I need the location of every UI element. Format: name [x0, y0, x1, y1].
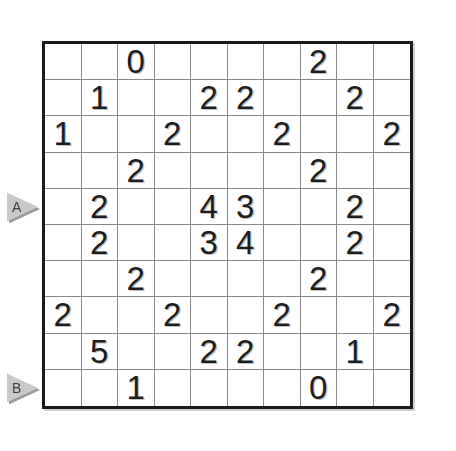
clue-number: 0	[309, 371, 327, 404]
cell-r1c2[interactable]	[82, 44, 119, 80]
row-marker-a: A	[7, 192, 38, 221]
cell-r5c10[interactable]	[374, 189, 411, 225]
cell-r8c1: 2	[45, 297, 82, 333]
cell-r3c2[interactable]	[82, 116, 119, 152]
cell-r2c3[interactable]	[118, 80, 155, 116]
cell-r6c5: 3	[191, 225, 228, 261]
clue-number: 2	[200, 335, 218, 368]
cell-r1c4[interactable]	[155, 44, 192, 80]
cell-r4c10[interactable]	[374, 153, 411, 189]
cell-r2c8[interactable]	[301, 80, 338, 116]
cell-r9c10[interactable]	[374, 334, 411, 370]
clue-number: 1	[54, 117, 72, 150]
clue-number: 5	[90, 335, 108, 368]
clue-number: 2	[273, 298, 291, 331]
cell-r7c8: 2	[301, 261, 338, 297]
cell-r4c5[interactable]	[191, 153, 228, 189]
cell-r1c8: 2	[301, 44, 338, 80]
cell-r2c6: 2	[228, 80, 265, 116]
clue-number: 2	[127, 154, 145, 187]
clue-number: 2	[236, 335, 254, 368]
cell-r6c4[interactable]	[155, 225, 192, 261]
cell-r7c10[interactable]	[374, 261, 411, 297]
cell-r1c10[interactable]	[374, 44, 411, 80]
clue-number: 2	[346, 190, 364, 223]
cell-r5c9: 2	[337, 189, 374, 225]
cell-r10c4[interactable]	[155, 370, 192, 406]
cell-r2c7[interactable]	[264, 80, 301, 116]
cell-r2c1[interactable]	[45, 80, 82, 116]
clue-number: 2	[383, 298, 401, 331]
clue-number: 2	[200, 81, 218, 114]
cell-r1c5[interactable]	[191, 44, 228, 80]
cell-r7c6[interactable]	[228, 261, 265, 297]
clue-number: 2	[90, 226, 108, 259]
cell-r9c3[interactable]	[118, 334, 155, 370]
clue-number: 3	[200, 226, 218, 259]
clue-number: 1	[346, 335, 364, 368]
clue-number: 2	[383, 117, 401, 150]
cell-r10c5[interactable]	[191, 370, 228, 406]
cell-r1c1[interactable]	[45, 44, 82, 80]
cell-r10c10[interactable]	[374, 370, 411, 406]
cell-r6c7[interactable]	[264, 225, 301, 261]
clue-number: 2	[309, 45, 327, 78]
clue-number: 2	[90, 190, 108, 223]
cell-r4c4[interactable]	[155, 153, 192, 189]
cell-r7c7[interactable]	[264, 261, 301, 297]
cell-r8c6[interactable]	[228, 297, 265, 333]
clue-number: 3	[236, 190, 254, 223]
cell-r9c6: 2	[228, 334, 265, 370]
cell-r3c7: 2	[264, 116, 301, 152]
cell-r10c7[interactable]	[264, 370, 301, 406]
clue-number: 2	[54, 298, 72, 331]
cell-r6c6: 4	[228, 225, 265, 261]
cell-r9c7[interactable]	[264, 334, 301, 370]
puzzle-board: 02122212222224322342222222522110	[42, 41, 413, 409]
cell-r9c1[interactable]	[45, 334, 82, 370]
cell-r3c9[interactable]	[337, 116, 374, 152]
clue-number: 2	[309, 262, 327, 295]
cell-r2c5: 2	[191, 80, 228, 116]
cell-r10c3: 1	[118, 370, 155, 406]
cell-r4c8: 2	[301, 153, 338, 189]
cell-r7c4[interactable]	[155, 261, 192, 297]
cell-r6c3[interactable]	[118, 225, 155, 261]
cell-r4c3: 2	[118, 153, 155, 189]
clue-number: 2	[127, 262, 145, 295]
cell-r3c4: 2	[155, 116, 192, 152]
cell-r5c5: 4	[191, 189, 228, 225]
cell-r3c8[interactable]	[301, 116, 338, 152]
cell-r6c8[interactable]	[301, 225, 338, 261]
cell-r1c6[interactable]	[228, 44, 265, 80]
cell-r1c7[interactable]	[264, 44, 301, 80]
cell-r10c9[interactable]	[337, 370, 374, 406]
cell-r8c8[interactable]	[301, 297, 338, 333]
cell-r8c2[interactable]	[82, 297, 119, 333]
cell-r2c4[interactable]	[155, 80, 192, 116]
cell-r2c10[interactable]	[374, 80, 411, 116]
cell-r6c1[interactable]	[45, 225, 82, 261]
clue-number: 2	[309, 154, 327, 187]
cell-r4c2[interactable]	[82, 153, 119, 189]
cell-r7c5[interactable]	[191, 261, 228, 297]
cell-r9c9: 1	[337, 334, 374, 370]
cell-r7c2[interactable]	[82, 261, 119, 297]
cell-r4c9[interactable]	[337, 153, 374, 189]
cell-r10c8: 0	[301, 370, 338, 406]
cell-r3c1: 1	[45, 116, 82, 152]
clue-number: 2	[346, 81, 364, 114]
cell-r5c1[interactable]	[45, 189, 82, 225]
cell-r5c2: 2	[82, 189, 119, 225]
clue-number: 0	[127, 45, 145, 78]
row-marker-a-label: A	[7, 199, 21, 215]
clue-number: 2	[163, 298, 181, 331]
clue-number: 2	[236, 81, 254, 114]
cell-r6c2: 2	[82, 225, 119, 261]
clue-number: 2	[163, 117, 181, 150]
cell-r5c3[interactable]	[118, 189, 155, 225]
cell-r3c3[interactable]	[118, 116, 155, 152]
cell-r9c4[interactable]	[155, 334, 192, 370]
cell-r2c9: 2	[337, 80, 374, 116]
puzzle-canvas: A B 02122212222224322342222222522110	[0, 0, 456, 451]
arrow-right-icon: B	[7, 373, 38, 402]
cell-r1c9[interactable]	[337, 44, 374, 80]
cell-r3c6[interactable]	[228, 116, 265, 152]
cell-r8c4: 2	[155, 297, 192, 333]
cell-r6c9: 2	[337, 225, 374, 261]
cell-r3c5[interactable]	[191, 116, 228, 152]
cell-r7c3: 2	[118, 261, 155, 297]
cell-r8c10: 2	[374, 297, 411, 333]
cell-r4c1[interactable]	[45, 153, 82, 189]
cell-r5c6: 3	[228, 189, 265, 225]
cell-r9c5: 2	[191, 334, 228, 370]
cell-r2c2: 1	[82, 80, 119, 116]
cell-r8c5[interactable]	[191, 297, 228, 333]
clue-number: 2	[346, 226, 364, 259]
cell-r8c9[interactable]	[337, 297, 374, 333]
cell-r1c3: 0	[118, 44, 155, 80]
arrow-right-icon: A	[7, 192, 38, 221]
cell-r5c4[interactable]	[155, 189, 192, 225]
clue-number: 1	[127, 371, 145, 404]
cell-r9c2: 5	[82, 334, 119, 370]
cell-r8c3[interactable]	[118, 297, 155, 333]
cell-r10c6[interactable]	[228, 370, 265, 406]
clue-number: 4	[200, 190, 218, 223]
cell-r9c8[interactable]	[301, 334, 338, 370]
cell-r5c8[interactable]	[301, 189, 338, 225]
row-marker-b: B	[7, 373, 38, 402]
cell-r6c10[interactable]	[374, 225, 411, 261]
cell-r3c10: 2	[374, 116, 411, 152]
clue-number: 2	[273, 117, 291, 150]
cell-r10c2[interactable]	[82, 370, 119, 406]
cell-r10c1[interactable]	[45, 370, 82, 406]
cell-r4c7[interactable]	[264, 153, 301, 189]
cell-r7c1[interactable]	[45, 261, 82, 297]
clue-number: 1	[90, 81, 108, 114]
cell-r5c7[interactable]	[264, 189, 301, 225]
row-marker-b-label: B	[7, 380, 21, 396]
cell-r8c7: 2	[264, 297, 301, 333]
clue-number: 4	[236, 226, 254, 259]
cell-r4c6[interactable]	[228, 153, 265, 189]
cell-r7c9[interactable]	[337, 261, 374, 297]
